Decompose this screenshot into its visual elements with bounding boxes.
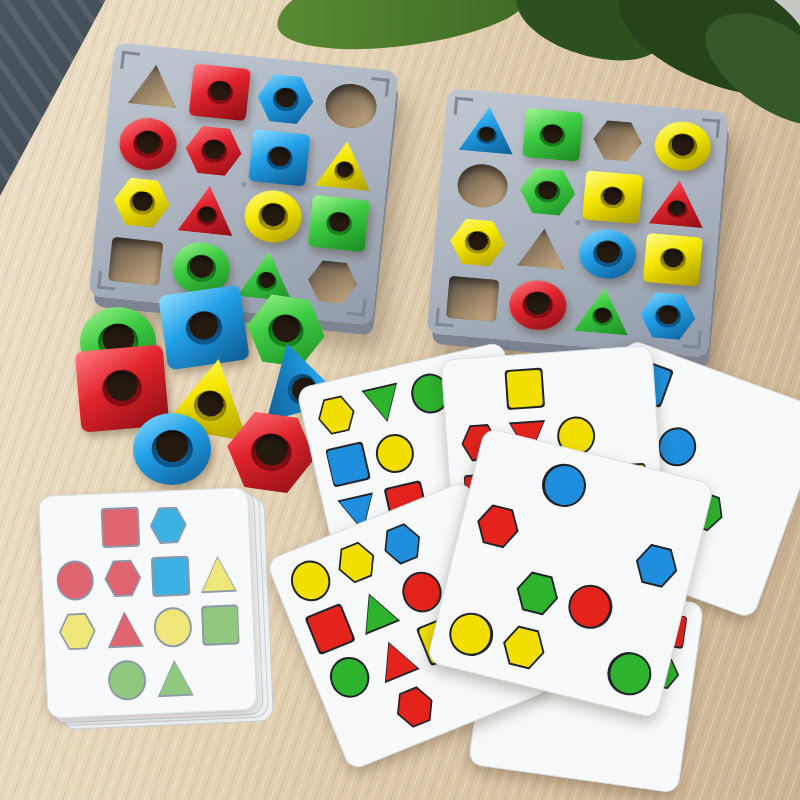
tray-cell xyxy=(253,69,317,129)
card-cell xyxy=(196,550,241,598)
piece-blue-hexagon[interactable] xyxy=(638,289,699,343)
tray-hole-square xyxy=(108,237,162,286)
tray-cell xyxy=(507,276,570,333)
piece-red-triangle[interactable] xyxy=(647,176,708,230)
tray-hole-circle xyxy=(456,163,509,210)
card-cell xyxy=(51,506,96,554)
piece-blue-square[interactable] xyxy=(248,129,310,186)
piece-hole xyxy=(185,253,217,283)
piece-red-triangle[interactable] xyxy=(176,181,238,238)
tray-cell xyxy=(512,220,575,277)
piece-hole xyxy=(192,389,229,424)
piece-yellow-triangle[interactable] xyxy=(314,136,376,193)
card-cell xyxy=(481,441,541,502)
card-shape-red-square xyxy=(101,507,140,548)
card-shape-blue-hexagon xyxy=(377,518,428,570)
tray-cell xyxy=(456,101,519,158)
piece-green-square[interactable] xyxy=(522,108,583,162)
card-shape-green-circle xyxy=(324,651,375,703)
piece-hole xyxy=(152,430,193,467)
card-shape-yellow-triangle xyxy=(199,554,238,595)
piece-yellow-square[interactable] xyxy=(582,170,643,224)
card-cell xyxy=(613,589,673,650)
piece-green-triangle[interactable] xyxy=(573,284,634,338)
card-cell xyxy=(626,535,686,596)
card-shape-yellow-circle xyxy=(153,607,192,648)
piece-hole xyxy=(539,123,566,147)
piece-hole xyxy=(599,186,626,210)
tray-cell xyxy=(572,282,635,339)
tray-cell xyxy=(646,175,709,232)
piece-yellow-circle[interactable] xyxy=(242,188,304,245)
card-grid xyxy=(51,499,246,706)
card-cell xyxy=(587,468,647,529)
piece-hole xyxy=(272,87,299,112)
card-cell xyxy=(574,522,634,583)
piece-hole xyxy=(196,205,218,226)
card-shape-blue-hexagon xyxy=(149,505,188,546)
tray-cell xyxy=(577,226,640,283)
piece-green-hexagon[interactable] xyxy=(517,165,578,219)
card-shape-yellow-circle xyxy=(285,555,336,607)
card-cell xyxy=(560,576,620,637)
card-cell xyxy=(705,546,761,604)
piece-green-triangle[interactable] xyxy=(236,247,298,304)
piece-red-square[interactable] xyxy=(189,64,251,121)
card-cell xyxy=(507,563,567,624)
right-tray[interactable] xyxy=(427,88,729,358)
card-shape-yellow-circle xyxy=(372,430,418,477)
tray-cell xyxy=(307,193,371,253)
piece-hole xyxy=(249,432,293,474)
tray-cell xyxy=(104,231,168,291)
tray-hole-triangle xyxy=(127,61,181,110)
piece-hole xyxy=(655,304,682,328)
card-cell xyxy=(577,730,625,774)
card-shape-blue-hexagon xyxy=(630,539,683,592)
tray-cell xyxy=(313,135,377,195)
card-cell xyxy=(441,604,501,665)
card-cell xyxy=(198,601,243,649)
card-shape-blue-circle xyxy=(538,459,591,512)
card-cell xyxy=(534,455,594,516)
piece-yellow-hexagon[interactable] xyxy=(447,216,508,270)
card-shape-red-circle xyxy=(564,580,617,633)
tray-cell xyxy=(521,107,584,164)
piece-hole xyxy=(200,138,227,163)
tray-cell xyxy=(446,214,509,271)
tray-cell xyxy=(175,180,239,240)
piece-hole xyxy=(266,312,305,349)
piece-hole xyxy=(325,211,352,236)
piece-red-circle[interactable] xyxy=(117,116,179,173)
photo-scene xyxy=(0,0,800,800)
tray-hole-hexagon xyxy=(305,257,359,306)
card-cell xyxy=(453,368,499,417)
card-cell xyxy=(599,643,659,704)
card-shape-blue-square xyxy=(151,556,190,597)
card-cell xyxy=(640,481,700,542)
piece-blue-circle[interactable] xyxy=(577,227,638,281)
piece-hole xyxy=(666,199,688,218)
card-grid xyxy=(441,441,700,704)
card-stack[interactable] xyxy=(38,487,258,719)
card-cell xyxy=(200,652,245,700)
tray-hole-square xyxy=(446,276,499,323)
card-cell xyxy=(369,427,421,481)
piece-hole xyxy=(659,248,686,272)
card-shape-red-circle xyxy=(55,560,94,601)
card-cell xyxy=(740,451,796,509)
card-shape-red-hexagon xyxy=(472,500,525,553)
card-shape-yellow-hexagon xyxy=(313,392,359,439)
card-cell xyxy=(103,605,148,653)
piece-hole xyxy=(333,161,355,182)
card-shape-green-triangle xyxy=(155,658,194,699)
card-cell xyxy=(194,499,239,547)
tray-cell xyxy=(451,158,514,215)
card-cell xyxy=(322,437,374,491)
piece-hole xyxy=(184,309,224,347)
piece-hole xyxy=(592,240,623,268)
piece-hole xyxy=(464,231,491,255)
piece-hole xyxy=(534,180,561,204)
tray-grid xyxy=(104,55,384,312)
piece-hole xyxy=(101,369,143,408)
tray-cell xyxy=(651,118,714,175)
piece-yellow-square[interactable] xyxy=(642,233,703,287)
tray-cell xyxy=(642,231,705,288)
card-shape-red-triangle xyxy=(105,609,144,650)
tray-cell xyxy=(247,128,311,188)
card-cell xyxy=(521,509,581,570)
card-cell xyxy=(357,377,409,431)
tray-cell xyxy=(442,271,505,328)
piece-hole xyxy=(132,129,164,159)
card-cell xyxy=(550,361,596,410)
piece-yellow-hexagon[interactable] xyxy=(111,174,173,231)
piece-hole xyxy=(206,80,233,105)
tray-cell xyxy=(116,114,180,174)
piece-blue-hexagon[interactable] xyxy=(254,71,316,128)
card-shape-yellow-circle xyxy=(445,608,498,661)
tray-cell xyxy=(188,62,252,122)
piece-blue-circle[interactable] xyxy=(133,413,211,485)
piece-hole xyxy=(128,190,155,215)
card-shape-red-triangle xyxy=(370,633,421,685)
tray-grid xyxy=(442,101,714,344)
left-tray[interactable] xyxy=(88,42,398,325)
card-cell xyxy=(148,552,193,600)
card-shape-green-circle xyxy=(603,647,656,700)
card-cell xyxy=(722,499,778,557)
tray-cell xyxy=(122,55,186,115)
piece-hole xyxy=(522,291,553,319)
piece-hole xyxy=(257,202,289,232)
piece-hole xyxy=(476,126,498,145)
card-cell xyxy=(547,630,607,691)
tray-hole-circle xyxy=(324,81,378,130)
card-cell xyxy=(146,501,191,549)
card-cell xyxy=(481,716,529,760)
card-shape-yellow-hexagon xyxy=(497,621,550,674)
piece-blue-square[interactable] xyxy=(158,285,250,371)
tray-hole-hexagon xyxy=(591,118,644,165)
card-cell xyxy=(501,364,547,413)
card-shape-green-hexagon xyxy=(511,567,564,620)
card-cell xyxy=(625,736,673,780)
card-cell xyxy=(150,603,195,651)
card-cell xyxy=(454,550,514,611)
piece-hole xyxy=(266,145,293,170)
piece-yellow-circle[interactable] xyxy=(652,120,713,174)
tray-cell xyxy=(241,187,305,247)
card-cell xyxy=(598,358,644,407)
card-shape-red-hexagon xyxy=(103,558,142,599)
card-stack-top-card[interactable] xyxy=(38,487,258,719)
tray-cell xyxy=(581,169,644,226)
card-cell xyxy=(57,658,102,706)
card-shape-green-triangle-down xyxy=(360,381,406,428)
card-cell xyxy=(98,504,143,552)
tray-cell xyxy=(319,76,383,136)
card-shape-green-circle xyxy=(108,660,147,701)
card-shape-green-square xyxy=(201,605,240,646)
card-cell xyxy=(468,496,528,557)
card-shape-yellow-hexagon xyxy=(331,536,382,588)
card-shape-red-square xyxy=(304,603,355,655)
card-cell xyxy=(105,656,150,704)
piece-hole xyxy=(667,133,698,161)
card-shape-yellow-square xyxy=(504,368,545,410)
card-cell xyxy=(153,654,198,702)
piece-blue-triangle[interactable] xyxy=(457,103,518,157)
tray-cell xyxy=(516,163,579,220)
card-shape-red-hexagon xyxy=(389,681,440,733)
piece-red-hexagon[interactable] xyxy=(183,122,245,179)
piece-green-square[interactable] xyxy=(308,195,370,252)
card-cell xyxy=(601,408,647,457)
card-cell xyxy=(53,557,98,605)
card-cell xyxy=(100,554,145,602)
card-shape-blue-square xyxy=(325,441,371,488)
piece-hole xyxy=(255,271,277,292)
card-shape-yellow-hexagon xyxy=(58,611,97,652)
piece-hole xyxy=(591,307,613,326)
card-cell xyxy=(529,723,577,767)
card-cell xyxy=(494,617,554,678)
card-shape-green-triangle xyxy=(350,585,401,637)
tray-cell xyxy=(110,173,174,233)
tray-cell xyxy=(235,245,299,305)
tray-cell xyxy=(181,121,245,181)
card-cell xyxy=(55,608,100,656)
tray-cell xyxy=(586,113,649,170)
tray-hole-triangle xyxy=(516,225,569,272)
tray-cell xyxy=(637,288,700,345)
card-cell xyxy=(310,388,362,442)
piece-red-circle[interactable] xyxy=(508,278,569,332)
